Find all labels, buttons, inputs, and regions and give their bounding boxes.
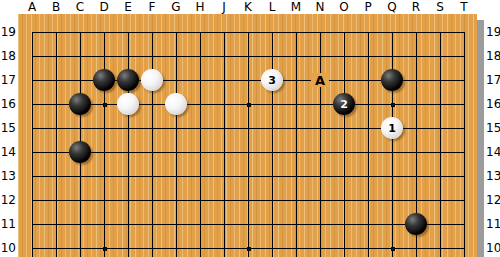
star-point-K10 [247,247,251,251]
grid-vline-A [32,32,33,257]
coord-top-K: K [236,0,260,14]
coord-top-S: S [428,0,452,14]
coord-left-16: 16 [0,97,16,111]
grid-vline-F [152,32,153,257]
grid-vline-M [296,32,297,257]
star-point-Q16 [391,103,395,107]
go-stone-black-O16: 2 [333,93,355,115]
grid-vline-G [176,32,177,257]
grid-vline-N [320,32,321,257]
grid-vline-T [464,32,465,257]
move-number-label: 3 [268,75,276,86]
board-shadow [477,20,484,257]
coord-top-L: L [260,0,284,14]
go-stone-black-C14 [69,141,91,163]
grid-vline-S [440,32,441,257]
coord-top-G: G [164,0,188,14]
grid-vline-H [200,32,201,257]
coord-top-O: O [332,0,356,14]
coord-right-19: 19 [486,25,500,39]
go-stone-white-Q15: 1 [381,117,403,139]
coord-top-P: P [356,0,380,14]
go-stone-white-G16 [165,93,187,115]
coord-left-14: 14 [0,145,16,159]
coord-left-17: 17 [0,73,16,87]
coord-right-10: 10 [486,241,500,255]
coord-right-18: 18 [486,49,500,63]
star-point-D10 [103,247,107,251]
coord-right-17: 17 [486,73,500,87]
star-point-K16 [247,103,251,107]
star-point-Q10 [391,247,395,251]
coord-top-A: A [20,0,44,14]
go-stone-black-Q17 [381,69,403,91]
go-stone-black-E17 [117,69,139,91]
coord-right-16: 16 [486,97,500,111]
coord-right-15: 15 [486,121,500,135]
coord-top-Q: Q [380,0,404,14]
coord-top-F: F [140,0,164,14]
coord-right-14: 14 [486,145,500,159]
grid-vline-J [224,32,225,257]
go-stone-black-D17 [93,69,115,91]
grid-vline-E [128,32,129,257]
go-stone-white-F17 [141,69,163,91]
coord-left-12: 12 [0,193,16,207]
coord-left-15: 15 [0,121,16,135]
go-board[interactable]: 231A [18,14,477,257]
coord-top-T: T [452,0,476,14]
coord-top-D: D [92,0,116,14]
grid-vline-D [104,32,105,257]
grid-vline-Q [392,32,393,257]
coord-top-R: R [404,0,428,14]
move-number-label: 2 [340,99,348,110]
grid-vline-L [272,32,273,257]
coord-top-B: B [44,0,68,14]
coord-left-18: 18 [0,49,16,63]
coord-top-C: C [68,0,92,14]
coord-right-13: 13 [486,169,500,183]
grid-vline-K [248,32,249,257]
coord-right-11: 11 [486,217,500,231]
point-marker-A-N17: A [311,73,329,87]
go-stone-black-R11 [405,213,427,235]
coord-left-19: 19 [0,25,16,39]
go-stone-white-L17: 3 [261,69,283,91]
coord-top-M: M [284,0,308,14]
coord-top-H: H [188,0,212,14]
go-stone-black-C16 [69,93,91,115]
coord-left-11: 11 [0,217,16,231]
coord-top-N: N [308,0,332,14]
star-point-D16 [103,103,107,107]
move-number-label: 1 [388,123,396,134]
coord-right-12: 12 [486,193,500,207]
grid-vline-P [368,32,369,257]
coord-top-E: E [116,0,140,14]
coord-left-13: 13 [0,169,16,183]
coord-left-10: 10 [0,241,16,255]
coord-top-J: J [212,0,236,14]
go-stone-white-E16 [117,93,139,115]
grid-vline-O [344,32,345,257]
grid-vline-B [56,32,57,257]
go-diagram: 231A ABCDEFGHJKLMNOPQRST1919181817171616… [0,0,500,257]
